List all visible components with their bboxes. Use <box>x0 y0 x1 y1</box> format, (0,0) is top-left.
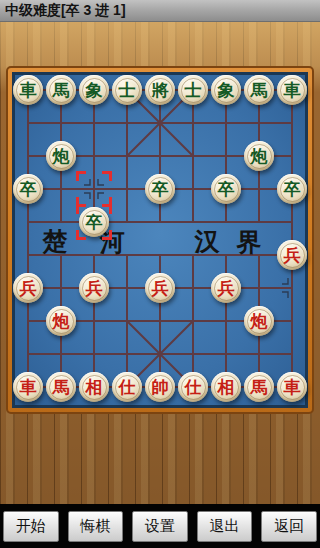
piece-black-elephant[interactable]: 象 <box>79 75 109 105</box>
piece-label: 馬 <box>53 79 70 102</box>
piece-red-advisor[interactable]: 仕 <box>112 372 142 402</box>
piece-black-general[interactable]: 將 <box>145 75 175 105</box>
piece-label: 兵 <box>86 277 103 300</box>
piece-red-soldier[interactable]: 兵 <box>277 240 307 270</box>
piece-label: 卒 <box>218 178 235 201</box>
piece-black-horse[interactable]: 馬 <box>46 75 76 105</box>
piece-red-soldier[interactable]: 兵 <box>13 273 43 303</box>
piece-red-horse[interactable]: 馬 <box>244 372 274 402</box>
piece-label: 士 <box>185 79 202 102</box>
piece-label: 將 <box>152 79 169 102</box>
piece-black-horse[interactable]: 馬 <box>244 75 274 105</box>
title-bar: 中级难度[卒 3 进 1] <box>0 0 320 22</box>
piece-black-soldier[interactable]: 卒 <box>145 174 175 204</box>
piece-black-soldier[interactable]: 卒 <box>79 207 109 237</box>
piece-label: 卒 <box>152 178 169 201</box>
piece-label: 車 <box>20 376 37 399</box>
piece-red-chariot[interactable]: 車 <box>13 372 43 402</box>
piece-label: 象 <box>86 79 103 102</box>
bottom-button-bar: 开始 悔棋 设置 退出 返回 <box>0 504 320 548</box>
piece-label: 炮 <box>53 145 70 168</box>
piece-red-advisor[interactable]: 仕 <box>178 372 208 402</box>
piece-red-soldier[interactable]: 兵 <box>211 273 241 303</box>
board-graphics: 楚 河 汉 界 <box>6 66 314 414</box>
piece-black-soldier[interactable]: 卒 <box>277 174 307 204</box>
piece-label: 車 <box>20 79 37 102</box>
piece-label: 炮 <box>251 310 268 333</box>
piece-label: 士 <box>119 79 136 102</box>
piece-label: 馬 <box>251 79 268 102</box>
piece-red-elephant[interactable]: 相 <box>79 372 109 402</box>
piece-red-general[interactable]: 帥 <box>145 372 175 402</box>
piece-black-cannon[interactable]: 炮 <box>46 141 76 171</box>
piece-black-chariot[interactable]: 車 <box>277 75 307 105</box>
piece-black-chariot[interactable]: 車 <box>13 75 43 105</box>
piece-red-soldier[interactable]: 兵 <box>79 273 109 303</box>
piece-label: 卒 <box>284 178 301 201</box>
piece-label: 炮 <box>251 145 268 168</box>
piece-label: 兵 <box>218 277 235 300</box>
start-button[interactable]: 开始 <box>3 511 59 542</box>
river-label-jie: 界 <box>236 229 262 256</box>
piece-label: 帥 <box>152 376 169 399</box>
piece-label: 車 <box>284 79 301 102</box>
piece-red-elephant[interactable]: 相 <box>211 372 241 402</box>
piece-label: 卒 <box>86 211 103 234</box>
piece-label: 卒 <box>20 178 37 201</box>
piece-label: 炮 <box>53 310 70 333</box>
piece-label: 兵 <box>20 277 37 300</box>
piece-black-advisor[interactable]: 士 <box>178 75 208 105</box>
piece-black-cannon[interactable]: 炮 <box>244 141 274 171</box>
exit-button[interactable]: 退出 <box>197 511 253 542</box>
piece-black-soldier[interactable]: 卒 <box>13 174 43 204</box>
piece-label: 相 <box>218 376 235 399</box>
piece-label: 兵 <box>284 244 301 267</box>
piece-red-soldier[interactable]: 兵 <box>145 273 175 303</box>
piece-label: 象 <box>218 79 235 102</box>
undo-move-button[interactable]: 悔棋 <box>68 511 124 542</box>
piece-red-cannon[interactable]: 炮 <box>244 306 274 336</box>
piece-black-elephant[interactable]: 象 <box>211 75 241 105</box>
piece-label: 仕 <box>119 376 136 399</box>
river-label-han: 汉 <box>194 228 221 255</box>
river-label-chu: 楚 <box>42 228 68 255</box>
piece-label: 相 <box>86 376 103 399</box>
piece-label: 仕 <box>185 376 202 399</box>
piece-red-chariot[interactable]: 車 <box>277 372 307 402</box>
piece-red-horse[interactable]: 馬 <box>46 372 76 402</box>
settings-button[interactable]: 设置 <box>132 511 188 542</box>
piece-black-advisor[interactable]: 士 <box>112 75 142 105</box>
piece-label: 馬 <box>251 376 268 399</box>
piece-red-cannon[interactable]: 炮 <box>46 306 76 336</box>
piece-label: 車 <box>284 376 301 399</box>
piece-label: 兵 <box>152 277 169 300</box>
piece-label: 馬 <box>53 376 70 399</box>
back-button[interactable]: 返回 <box>261 511 317 542</box>
page-title: 中级难度[卒 3 进 1] <box>5 2 126 18</box>
xiangqi-board[interactable]: 楚 河 汉 界 車馬象士將士象馬車炮炮卒卒卒卒卒兵兵兵兵兵炮炮車馬相仕帥仕相馬車 <box>6 66 314 414</box>
piece-black-soldier[interactable]: 卒 <box>211 174 241 204</box>
